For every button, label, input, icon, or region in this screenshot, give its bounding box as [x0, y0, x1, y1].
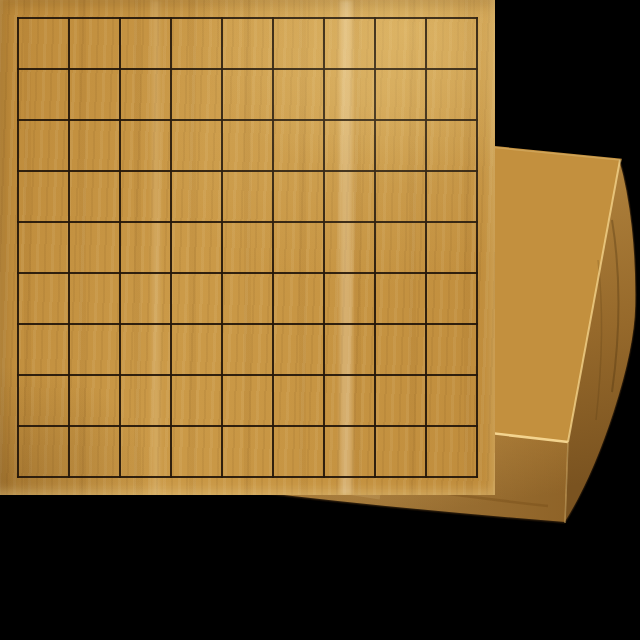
product-photo-scene [0, 0, 640, 640]
board-top-face [0, 0, 495, 495]
shogi-grid [17, 17, 478, 478]
